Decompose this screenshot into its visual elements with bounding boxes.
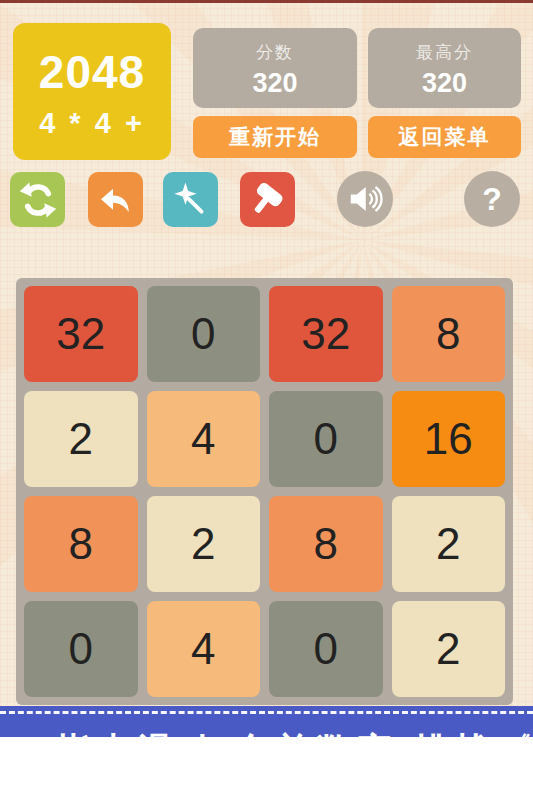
best-score-value: 320: [368, 68, 521, 99]
score-label: 分数: [193, 41, 357, 64]
tile-r1c4: 8: [392, 286, 506, 382]
tile-r4c4: 2: [392, 601, 506, 697]
score-value: 320: [193, 68, 357, 99]
best-score-box: 最高分 320: [368, 28, 521, 108]
tile-r3c2: 2: [147, 496, 261, 592]
tile-r2c1: 2: [24, 391, 138, 487]
tile-r1c2: 0: [147, 286, 261, 382]
tile-r2c2: 4: [147, 391, 261, 487]
marquee-text: 指尖滑动 合并数字 挑战《2048》: [55, 727, 533, 737]
score-box: 分数 320: [193, 28, 357, 108]
tile-r1c3: 32: [269, 286, 383, 382]
logo-tile: 2048 4 * 4 +: [13, 23, 171, 160]
app-screen: 2048 4 * 4 + 分数 320 最高分 320 重新开始 返回菜单: [0, 0, 533, 800]
tile-r3c4: 2: [392, 496, 506, 592]
refresh-button[interactable]: [10, 172, 65, 227]
sound-button[interactable]: [337, 171, 393, 227]
tile-r1c1: 32: [24, 286, 138, 382]
hammer-icon: [249, 181, 287, 219]
question-mark-icon: ?: [482, 181, 502, 218]
best-score-label: 最高分: [368, 41, 521, 64]
magic-wand-button[interactable]: [163, 172, 218, 227]
undo-icon: [98, 182, 134, 218]
game-board[interactable]: 32 0 32 8 2 4 0 16 8 2 8 2 0 4 0 2: [16, 278, 513, 705]
back-to-menu-button[interactable]: 返回菜单: [368, 116, 521, 158]
tile-r3c1: 8: [24, 496, 138, 592]
tile-r3c3: 8: [269, 496, 383, 592]
logo-variant: 4 * 4 +: [13, 107, 171, 140]
magic-wand-icon: [172, 181, 210, 219]
tile-r2c4: 16: [392, 391, 506, 487]
tile-r4c1: 0: [24, 601, 138, 697]
logo-title: 2048: [13, 45, 171, 99]
bottom-white-area: [0, 737, 533, 800]
undo-button[interactable]: [88, 172, 143, 227]
marquee-banner[interactable]: 指尖滑动 合并数字 挑战《2048》: [0, 706, 533, 737]
banner-dashed-line: [0, 711, 533, 714]
help-button[interactable]: ?: [464, 171, 520, 227]
top-edge-bar: [0, 0, 533, 3]
tile-r4c2: 4: [147, 601, 261, 697]
restart-button[interactable]: 重新开始: [193, 116, 357, 158]
speaker-icon: [347, 181, 383, 217]
tile-r4c3: 0: [269, 601, 383, 697]
refresh-icon: [19, 181, 57, 219]
hammer-button[interactable]: [240, 172, 295, 227]
tile-r2c3: 0: [269, 391, 383, 487]
